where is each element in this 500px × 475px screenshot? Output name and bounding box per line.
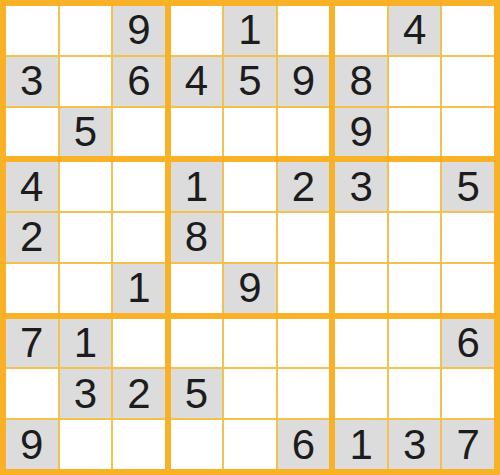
cell-r1c4[interactable] <box>171 6 223 55</box>
cell-r4c4[interactable]: 1 <box>171 162 223 211</box>
cell-r5c5[interactable] <box>224 213 276 262</box>
sudoku-box-9: 6137 <box>335 319 494 469</box>
cell-r9c7[interactable]: 1 <box>335 420 387 469</box>
cell-r2c1[interactable]: 3 <box>6 57 58 106</box>
cell-r9c4[interactable] <box>171 420 223 469</box>
cell-r1c3[interactable]: 9 <box>113 6 165 55</box>
cell-r6c3[interactable]: 1 <box>113 264 165 313</box>
cell-r2c2[interactable] <box>60 57 112 106</box>
cell-r2c5[interactable]: 5 <box>224 57 276 106</box>
cell-r3c9[interactable] <box>442 108 494 157</box>
cell-r4c8[interactable] <box>389 162 441 211</box>
cell-r8c5[interactable] <box>224 369 276 418</box>
cell-r7c1[interactable]: 7 <box>6 319 58 368</box>
cell-r5c9[interactable] <box>442 213 494 262</box>
cell-r7c7[interactable] <box>335 319 387 368</box>
cell-r6c2[interactable] <box>60 264 112 313</box>
cell-r4c3[interactable] <box>113 162 165 211</box>
cell-r8c4[interactable]: 5 <box>171 369 223 418</box>
cell-r1c5[interactable]: 1 <box>224 6 276 55</box>
cell-r6c7[interactable] <box>335 264 387 313</box>
cell-r9c5[interactable] <box>224 420 276 469</box>
cell-r3c2[interactable]: 5 <box>60 108 112 157</box>
cell-r7c8[interactable] <box>389 319 441 368</box>
cell-r6c5[interactable]: 9 <box>224 264 276 313</box>
cell-r6c4[interactable] <box>171 264 223 313</box>
cell-r1c7[interactable] <box>335 6 387 55</box>
cell-r9c2[interactable] <box>60 420 112 469</box>
cell-r5c4[interactable]: 8 <box>171 213 223 262</box>
cell-r1c8[interactable]: 4 <box>389 6 441 55</box>
cell-r2c9[interactable] <box>442 57 494 106</box>
cell-r6c8[interactable] <box>389 264 441 313</box>
cell-r4c1[interactable]: 4 <box>6 162 58 211</box>
sudoku-box-6: 35 <box>335 162 494 312</box>
cell-r4c5[interactable] <box>224 162 276 211</box>
cell-r3c7[interactable]: 9 <box>335 108 387 157</box>
cell-r4c6[interactable]: 2 <box>278 162 330 211</box>
cell-r5c1[interactable]: 2 <box>6 213 58 262</box>
cell-r5c7[interactable] <box>335 213 387 262</box>
cell-r2c6[interactable]: 9 <box>278 57 330 106</box>
sudoku-box-7: 71329 <box>6 319 165 469</box>
cell-r6c6[interactable] <box>278 264 330 313</box>
cell-r3c6[interactable] <box>278 108 330 157</box>
cell-r3c1[interactable] <box>6 108 58 157</box>
sudoku-box-4: 421 <box>6 162 165 312</box>
sudoku-box-5: 1289 <box>171 162 330 312</box>
cell-r8c6[interactable] <box>278 369 330 418</box>
cell-r8c8[interactable] <box>389 369 441 418</box>
cell-r1c2[interactable] <box>60 6 112 55</box>
cell-r4c9[interactable]: 5 <box>442 162 494 211</box>
cell-r7c5[interactable] <box>224 319 276 368</box>
cell-r1c6[interactable] <box>278 6 330 55</box>
cell-r8c9[interactable] <box>442 369 494 418</box>
cell-r8c7[interactable] <box>335 369 387 418</box>
cell-r7c9[interactable]: 6 <box>442 319 494 368</box>
cell-r3c8[interactable] <box>389 108 441 157</box>
cell-r2c4[interactable]: 4 <box>171 57 223 106</box>
cell-r4c7[interactable]: 3 <box>335 162 387 211</box>
cell-r5c8[interactable] <box>389 213 441 262</box>
cell-r3c4[interactable] <box>171 108 223 157</box>
cell-r2c8[interactable] <box>389 57 441 106</box>
cell-r5c6[interactable] <box>278 213 330 262</box>
cell-r9c6[interactable]: 6 <box>278 420 330 469</box>
cell-r8c3[interactable]: 2 <box>113 369 165 418</box>
sudoku-box-1: 9365 <box>6 6 165 156</box>
cell-r8c2[interactable]: 3 <box>60 369 112 418</box>
cell-r5c3[interactable] <box>113 213 165 262</box>
cell-r5c2[interactable] <box>60 213 112 262</box>
cell-r1c9[interactable] <box>442 6 494 55</box>
cell-r9c3[interactable] <box>113 420 165 469</box>
cell-r9c1[interactable]: 9 <box>6 420 58 469</box>
cell-r8c1[interactable] <box>6 369 58 418</box>
cell-r9c9[interactable]: 7 <box>442 420 494 469</box>
cell-r1c1[interactable] <box>6 6 58 55</box>
cell-r3c3[interactable] <box>113 108 165 157</box>
sudoku-box-8: 56 <box>171 319 330 469</box>
sudoku-board: 9365145948942112893571329566137 <box>0 0 500 475</box>
sudoku-box-3: 489 <box>335 6 494 156</box>
cell-r7c2[interactable]: 1 <box>60 319 112 368</box>
cell-r2c7[interactable]: 8 <box>335 57 387 106</box>
cell-r6c1[interactable] <box>6 264 58 313</box>
cell-r4c2[interactable] <box>60 162 112 211</box>
cell-r2c3[interactable]: 6 <box>113 57 165 106</box>
cell-r7c6[interactable] <box>278 319 330 368</box>
sudoku-box-2: 1459 <box>171 6 330 156</box>
cell-r7c4[interactable] <box>171 319 223 368</box>
cell-r3c5[interactable] <box>224 108 276 157</box>
cell-r9c8[interactable]: 3 <box>389 420 441 469</box>
cell-r7c3[interactable] <box>113 319 165 368</box>
cell-r6c9[interactable] <box>442 264 494 313</box>
